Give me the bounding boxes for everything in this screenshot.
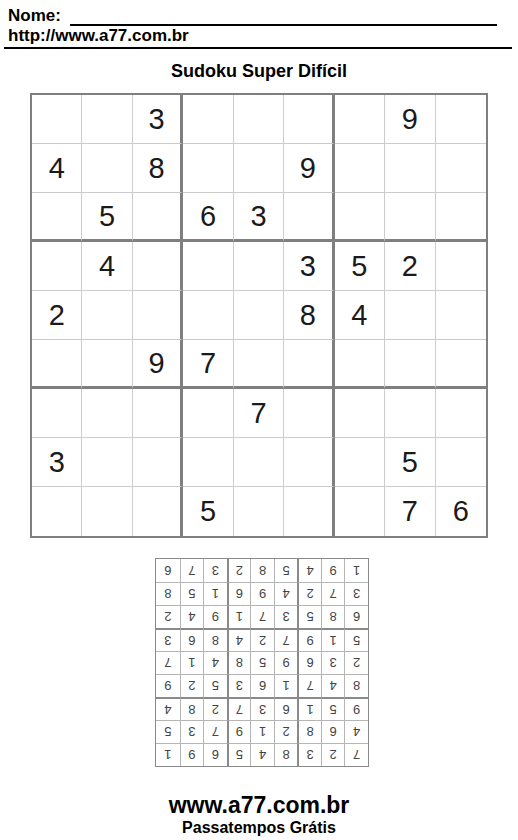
sudoku-cell-r5c5 [234,291,284,340]
solution-cell-r3c1: 9 [344,697,368,720]
solution-cell-r1c8: 9 [180,743,204,766]
footer-site: www.a77.com.br [0,792,518,819]
solution-cell-r5c1: 2 [344,651,368,674]
sudoku-cell-r5c2 [82,291,132,340]
solution-cell-r2c3: 8 [297,720,321,743]
solution-cell-r4c4: 1 [274,674,298,697]
sudoku-cell-r4c1 [32,242,82,291]
solution-cell-r2c1: 4 [344,720,368,743]
sudoku-cell-r6c7 [335,340,385,389]
solution-cell-r2c8: 3 [180,720,204,743]
solution-cell-r4c3: 7 [297,674,321,697]
sudoku-cell-r1c8: 9 [385,95,435,144]
solution-cell-r2c5: 1 [250,720,274,743]
solution-cell-r9c5: 8 [250,559,274,582]
sudoku-cell-r6c8 [385,340,435,389]
solution-cell-r7c8: 4 [180,605,204,628]
sudoku-cell-r6c6 [284,340,334,389]
sudoku-cell-r5c7: 4 [335,291,385,340]
sudoku-cell-r9c3 [133,487,183,536]
solution-cell-r7c1: 6 [344,605,368,628]
page-title: Sudoku Super Difícil [0,61,518,82]
sudoku-cell-r5c9 [436,291,486,340]
sudoku-cell-r9c5 [234,487,284,536]
solution-cell-r5c4: 9 [274,651,298,674]
solution-cell-r1c5: 4 [250,743,274,766]
solution-cell-r4c2: 4 [321,674,345,697]
solution-cell-r4c6: 3 [227,674,251,697]
sudoku-cell-r8c2 [82,438,132,487]
sudoku-cell-r9c6 [284,487,334,536]
sudoku-cell-r6c3: 9 [133,340,183,389]
site-url: http://www.a77.com.br [8,26,189,46]
sudoku-cell-r7c8 [385,389,435,438]
sudoku-cell-r2c2 [82,144,132,193]
sudoku-cell-r5c3 [133,291,183,340]
solution-cell-r8c2: 7 [321,582,345,605]
sudoku-cell-r9c9: 6 [436,487,486,536]
solution-cell-r3c5: 3 [250,697,274,720]
solution-cell-r7c4: 3 [274,605,298,628]
sudoku-cell-r3c6 [284,193,334,242]
sudoku-cell-r3c9 [436,193,486,242]
sudoku-cell-r1c3: 3 [133,95,183,144]
sudoku-cell-r3c3 [133,193,183,242]
name-blank-line [70,7,497,26]
sudoku-cell-r3c2: 5 [82,193,132,242]
solution-cell-r6c8: 6 [180,628,204,651]
sudoku-cell-r8c1: 3 [32,438,82,487]
sudoku-cell-r1c9 [436,95,486,144]
solution-cell-r8c8: 5 [180,582,204,605]
solution-cell-r6c9: 3 [156,628,180,651]
sudoku-cell-r9c2 [82,487,132,536]
sudoku-cell-r1c1 [32,95,82,144]
solution-cell-r6c5: 2 [250,628,274,651]
solution-cell-r8c7: 1 [203,582,227,605]
solution-cell-r9c6: 2 [227,559,251,582]
sudoku-cell-r3c5: 3 [234,193,284,242]
solution-cell-r5c7: 4 [203,651,227,674]
solution-cell-r8c9: 8 [156,582,180,605]
sudoku-cell-r5c4 [183,291,233,340]
sudoku-cell-r5c8 [385,291,435,340]
sudoku-cell-r2c5 [234,144,284,193]
solution-cell-r3c4: 6 [274,697,298,720]
sudoku-cell-r7c3 [133,389,183,438]
name-label: Nome: [8,6,61,26]
solution-cell-r3c6: 7 [227,697,251,720]
sudoku-cell-r4c2: 4 [82,242,132,291]
solution-cell-r4c7: 5 [203,674,227,697]
sudoku-cell-r3c7 [335,193,385,242]
sudoku-cell-r1c6 [284,95,334,144]
sudoku-cell-r7c6 [284,389,334,438]
sudoku-cell-r2c3: 8 [133,144,183,193]
solution-cell-r7c6: 1 [227,605,251,628]
sudoku-cell-r1c4 [183,95,233,144]
sudoku-cell-r4c9 [436,242,486,291]
sudoku-cell-r4c7: 5 [335,242,385,291]
footer-tagline: Passatempos Grátis [0,819,518,837]
solution-cell-r3c7: 2 [203,697,227,720]
solution-cell-r9c3: 4 [297,559,321,582]
solution-cell-r5c2: 3 [321,651,345,674]
sudoku-cell-r8c5 [234,438,284,487]
solution-cell-r6c7: 8 [203,628,227,651]
sudoku-cell-r6c9 [436,340,486,389]
sudoku-cell-r1c7 [335,95,385,144]
solution-cell-r9c7: 3 [203,559,227,582]
solution-cell-r9c1: 1 [344,559,368,582]
solution-cell-r5c6: 8 [227,651,251,674]
solution-cell-r8c6: 6 [227,582,251,605]
sudoku-cell-r1c5 [234,95,284,144]
solution-cell-r4c5: 6 [250,674,274,697]
name-row: Nome: [8,4,497,26]
sudoku-cell-r6c5 [234,340,284,389]
sudoku-cell-r8c6 [284,438,334,487]
sudoku-cell-r4c8: 2 [385,242,435,291]
sudoku-cell-r3c4: 6 [183,193,233,242]
solution-cell-r1c6: 5 [227,743,251,766]
sudoku-cell-r7c7 [335,389,385,438]
solution-cell-r1c9: 1 [156,743,180,766]
sudoku-cell-r9c7 [335,487,385,536]
sudoku-cell-r8c4 [183,438,233,487]
solution-cell-r6c2: 1 [321,628,345,651]
solution-cell-r9c8: 7 [180,559,204,582]
solution-cell-r1c7: 6 [203,743,227,766]
solution-cell-r5c3: 6 [297,651,321,674]
sudoku-cell-r8c9 [436,438,486,487]
solution-cell-r7c2: 8 [321,605,345,628]
solution-cell-r8c4: 4 [274,582,298,605]
sudoku-cell-r2c7 [335,144,385,193]
sudoku-cell-r5c6: 8 [284,291,334,340]
sudoku-cell-r8c7 [335,438,385,487]
sudoku-cell-r9c8: 7 [385,487,435,536]
solution-cell-r8c3: 2 [297,582,321,605]
solution-board-rotated: 7238456914682197359516372848471635292369… [155,558,369,767]
solution-cell-r6c4: 7 [274,628,298,651]
solution-cell-r6c3: 9 [297,628,321,651]
sudoku-cell-r4c5 [234,242,284,291]
sudoku-cell-r9c1 [32,487,82,536]
solution-cell-r2c4: 2 [274,720,298,743]
sudoku-cell-r4c3 [133,242,183,291]
solution-cell-r4c1: 8 [344,674,368,697]
solution-cell-r3c3: 1 [297,697,321,720]
sudoku-cell-r4c6: 3 [284,242,334,291]
solution-cell-r4c9: 9 [156,674,180,697]
sudoku-cell-r9c4: 5 [183,487,233,536]
sudoku-cell-r2c4 [183,144,233,193]
solution-cell-r7c5: 7 [250,605,274,628]
solution-cell-r2c9: 5 [156,720,180,743]
sudoku-cell-r8c3 [133,438,183,487]
solution-cell-r1c2: 2 [321,743,345,766]
solution-cell-r1c3: 3 [297,743,321,766]
solution-cell-r9c4: 5 [274,559,298,582]
sudoku-print-page: Nome: http://www.a77.com.br Sudoku Super… [0,0,518,840]
solution-cell-r5c9: 7 [156,651,180,674]
solution-cell-r2c7: 7 [203,720,227,743]
solution-cell-r7c7: 9 [203,605,227,628]
header-divider [4,47,512,49]
solution-cell-r9c2: 9 [321,559,345,582]
solution-cell-r5c5: 5 [250,651,274,674]
solution-cell-r8c5: 9 [250,582,274,605]
sudoku-cell-r3c8 [385,193,435,242]
solution-cell-r6c6: 4 [227,628,251,651]
solution-cell-r3c9: 4 [156,697,180,720]
sudoku-cell-r7c1 [32,389,82,438]
solution-cell-r5c8: 1 [180,651,204,674]
sudoku-cell-r2c6: 9 [284,144,334,193]
sudoku-board: 39489563435228497735576 [30,93,488,538]
solution-cell-r9c9: 6 [156,559,180,582]
solution-cell-r1c4: 8 [274,743,298,766]
solution-cell-r3c2: 5 [321,697,345,720]
solution-cell-r7c3: 5 [297,605,321,628]
sudoku-cell-r7c2 [82,389,132,438]
solution-cell-r2c2: 6 [321,720,345,743]
solution-cell-r3c8: 8 [180,697,204,720]
sudoku-cell-r8c8: 5 [385,438,435,487]
sudoku-cell-r6c2 [82,340,132,389]
sudoku-cell-r2c9 [436,144,486,193]
sudoku-cell-r4c4 [183,242,233,291]
solution-cell-r1c1: 7 [344,743,368,766]
sudoku-cell-r1c2 [82,95,132,144]
sudoku-cell-r2c1: 4 [32,144,82,193]
sudoku-cell-r6c4: 7 [183,340,233,389]
sudoku-cell-r7c5: 7 [234,389,284,438]
sudoku-cell-r7c9 [436,389,486,438]
sudoku-cell-r2c8 [385,144,435,193]
solution-cell-r8c1: 3 [344,582,368,605]
solution-cell-r7c9: 2 [156,605,180,628]
solution-cell-r6c1: 5 [344,628,368,651]
sudoku-cell-r5c1: 2 [32,291,82,340]
sudoku-cell-r7c4 [183,389,233,438]
solution-cell-r2c6: 9 [227,720,251,743]
solution-cell-r4c8: 2 [180,674,204,697]
sudoku-cell-r3c1 [32,193,82,242]
sudoku-cell-r6c1 [32,340,82,389]
